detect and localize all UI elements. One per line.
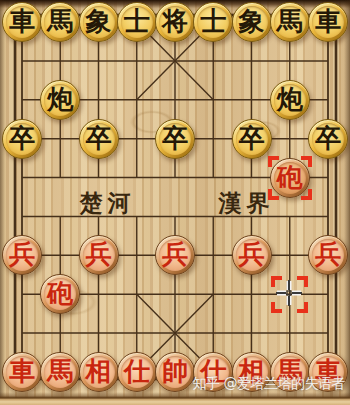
- piece-character: 車: [3, 3, 41, 41]
- piece-character: 炮: [271, 81, 309, 119]
- piece-black-elephant[interactable]: 象: [232, 2, 272, 42]
- pieces-layer: 車 馬 象 士 将 士 象 馬 車 炮 炮: [0, 0, 350, 405]
- piece-red-cannon[interactable]: 砲: [40, 274, 80, 314]
- piece-character: 卒: [3, 120, 41, 158]
- piece-black-soldier[interactable]: 卒: [232, 119, 272, 159]
- piece-black-horse[interactable]: 馬: [270, 2, 310, 42]
- piece-character: 砲: [271, 159, 309, 197]
- piece-black-horse[interactable]: 馬: [40, 2, 80, 42]
- piece-red-horse[interactable]: 馬: [40, 352, 80, 392]
- piece-character: 相: [80, 353, 118, 391]
- piece-black-general[interactable]: 将: [155, 2, 195, 42]
- piece-red-advisor[interactable]: 仕: [117, 352, 157, 392]
- piece-red-chariot[interactable]: 車: [2, 352, 42, 392]
- piece-character: 卒: [233, 120, 271, 158]
- piece-black-elephant[interactable]: 象: [79, 2, 119, 42]
- piece-black-cannon[interactable]: 炮: [270, 80, 310, 120]
- piece-character: 兵: [3, 236, 41, 274]
- piece-character: 仕: [118, 353, 156, 391]
- piece-character: 帥: [156, 353, 194, 391]
- piece-character: 兵: [156, 236, 194, 274]
- piece-black-soldier[interactable]: 卒: [308, 119, 348, 159]
- piece-character: 卒: [80, 120, 118, 158]
- piece-red-soldier[interactable]: 兵: [2, 235, 42, 275]
- piece-character: 車: [3, 353, 41, 391]
- piece-black-chariot[interactable]: 車: [308, 2, 348, 42]
- piece-character: 士: [194, 3, 232, 41]
- piece-character: 将: [156, 3, 194, 41]
- piece-black-cannon[interactable]: 炮: [40, 80, 80, 120]
- piece-character: 象: [233, 3, 271, 41]
- piece-red-general[interactable]: 帥: [155, 352, 195, 392]
- piece-character: 象: [80, 3, 118, 41]
- piece-black-advisor[interactable]: 士: [117, 2, 157, 42]
- piece-red-cannon[interactable]: 砲: [270, 158, 310, 198]
- watermark: 知乎 @爱塔兰塔的失语者: [193, 375, 345, 393]
- piece-character: 卒: [309, 120, 347, 158]
- piece-character: 馬: [41, 3, 79, 41]
- piece-red-soldier[interactable]: 兵: [79, 235, 119, 275]
- piece-red-soldier[interactable]: 兵: [232, 235, 272, 275]
- piece-red-soldier[interactable]: 兵: [308, 235, 348, 275]
- piece-character: 卒: [156, 120, 194, 158]
- piece-character: 士: [118, 3, 156, 41]
- piece-character: 兵: [233, 236, 271, 274]
- piece-character: 馬: [271, 3, 309, 41]
- xiangqi-board[interactable]: 楚河 漢界 車 馬 象 士 将 士 象 馬 車: [0, 0, 350, 405]
- piece-character: 砲: [41, 275, 79, 313]
- piece-red-soldier[interactable]: 兵: [155, 235, 195, 275]
- piece-black-advisor[interactable]: 士: [193, 2, 233, 42]
- piece-black-soldier[interactable]: 卒: [79, 119, 119, 159]
- piece-black-soldier[interactable]: 卒: [155, 119, 195, 159]
- piece-black-chariot[interactable]: 車: [2, 2, 42, 42]
- piece-character: 炮: [41, 81, 79, 119]
- piece-black-soldier[interactable]: 卒: [2, 119, 42, 159]
- piece-red-elephant[interactable]: 相: [79, 352, 119, 392]
- piece-character: 兵: [309, 236, 347, 274]
- piece-character: 兵: [80, 236, 118, 274]
- piece-character: 車: [309, 3, 347, 41]
- piece-character: 馬: [41, 353, 79, 391]
